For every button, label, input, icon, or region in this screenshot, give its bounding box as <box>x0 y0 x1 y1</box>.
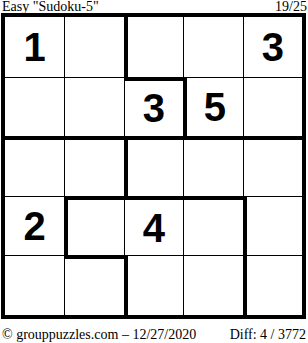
cell-r3c4[interactable] <box>183 136 242 196</box>
cell-r4c5[interactable] <box>243 196 302 256</box>
cell-r2c4[interactable]: 5 <box>183 77 242 137</box>
cell-r5c4[interactable] <box>183 255 242 315</box>
cell-r1c1[interactable]: 1 <box>5 17 64 77</box>
cell-r5c3[interactable] <box>124 255 183 315</box>
cell-r4c1[interactable]: 2 <box>5 196 64 256</box>
cell-r4c2[interactable] <box>64 196 123 256</box>
sudoku-board: 1 3 3 5 2 4 <box>1 13 306 319</box>
cell-r4c4[interactable] <box>183 196 242 256</box>
cell-r1c4[interactable] <box>183 17 242 77</box>
copyright-text: © grouppuzzles.com – 12/27/2020 <box>2 327 196 343</box>
cell-r2c2[interactable] <box>64 77 123 137</box>
cell-r3c2[interactable] <box>64 136 123 196</box>
cell-r5c2[interactable] <box>64 255 123 315</box>
cell-r1c2[interactable] <box>64 17 123 77</box>
cell-r5c5[interactable] <box>243 255 302 315</box>
cell-r3c3[interactable] <box>124 136 183 196</box>
cell-r2c3[interactable]: 3 <box>124 77 183 137</box>
difficulty-text: Diff: 4 / 3772 <box>230 327 306 343</box>
cell-r4c3[interactable]: 4 <box>124 196 183 256</box>
cell-r3c1[interactable] <box>5 136 64 196</box>
cell-r1c3[interactable] <box>124 17 183 77</box>
cell-r3c5[interactable] <box>243 136 302 196</box>
cell-r2c1[interactable] <box>5 77 64 137</box>
cell-r2c5[interactable] <box>243 77 302 137</box>
cell-r5c1[interactable] <box>5 255 64 315</box>
cell-r1c5[interactable]: 3 <box>243 17 302 77</box>
